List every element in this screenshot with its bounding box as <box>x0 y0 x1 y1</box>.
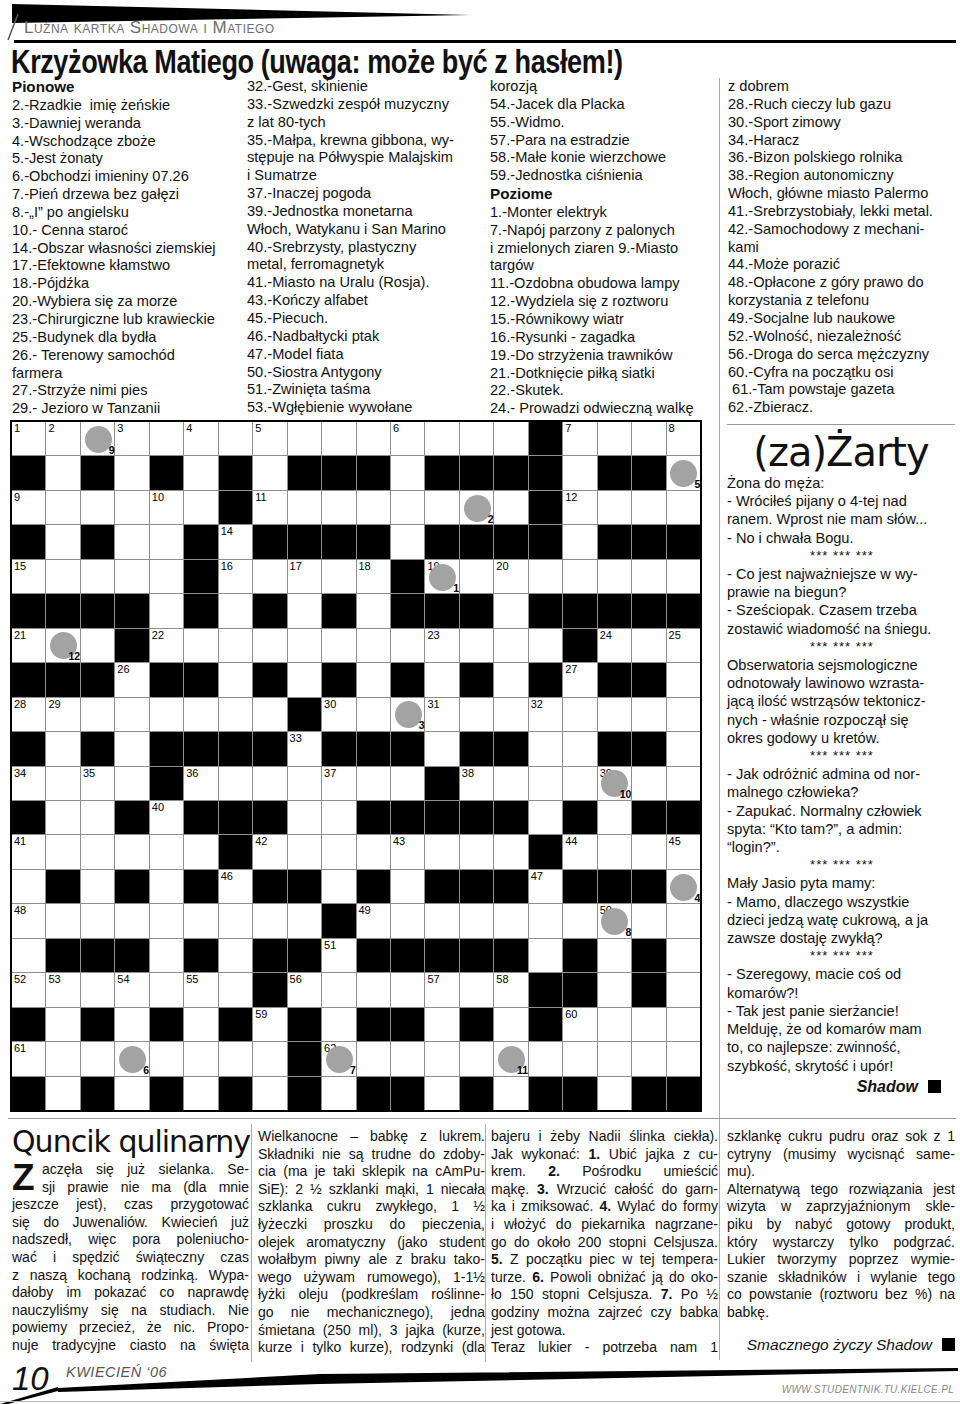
grid-cell <box>598 456 631 489</box>
grid-cell[interactable] <box>632 491 665 524</box>
grid-cell[interactable] <box>46 456 79 489</box>
grid-cell[interactable] <box>357 594 390 627</box>
grid-cell[interactable] <box>529 767 562 800</box>
clue-line: 17.-Efektowne kłamstwo <box>12 257 240 275</box>
grid-cell[interactable] <box>150 422 183 455</box>
joke-line: spyta: “Kto tam?”, a admin: <box>727 820 957 838</box>
grid-cell[interactable] <box>598 973 631 1006</box>
grid-cell[interactable]: 4 <box>184 422 217 455</box>
grid-cell[interactable] <box>150 560 183 593</box>
grid-cell[interactable] <box>357 767 390 800</box>
grid-cell[interactable]: 59 <box>253 1008 286 1041</box>
grid-cell[interactable] <box>46 732 79 765</box>
grid-cell[interactable] <box>391 870 424 903</box>
grid-cell[interactable] <box>115 525 148 558</box>
grid-cell[interactable] <box>150 594 183 627</box>
grid-cell[interactable]: 191 <box>425 560 458 593</box>
grid-cell[interactable] <box>115 1077 148 1110</box>
grid-cell[interactable]: 8 <box>667 422 700 455</box>
grid-cell[interactable]: 24 <box>598 629 631 662</box>
grid-cell[interactable] <box>81 629 114 662</box>
recipe-line: babkę. <box>727 1304 955 1322</box>
grid-cell[interactable] <box>288 629 321 662</box>
grid-cell[interactable] <box>598 939 631 972</box>
grid-cell[interactable] <box>529 732 562 765</box>
grid-cell[interactable] <box>253 904 286 937</box>
grid-cell[interactable]: 56 <box>288 973 321 1006</box>
grid-cell[interactable] <box>494 663 527 696</box>
cell-number: 21 <box>14 629 26 642</box>
recipe-col-separator-1 <box>251 1124 252 1362</box>
grid-cell[interactable] <box>12 939 45 972</box>
grid-cell[interactable]: 47 <box>529 870 562 903</box>
grid-cell[interactable] <box>357 629 390 662</box>
grid-cell[interactable] <box>667 698 700 731</box>
grid-cell[interactable]: 21 <box>12 629 45 662</box>
grid-cell[interactable]: 48 <box>12 904 45 937</box>
grid-cell[interactable] <box>667 973 700 1006</box>
grid-cell[interactable]: 36 <box>184 767 217 800</box>
grid-cell[interactable] <box>598 1077 631 1110</box>
grid-cell[interactable] <box>184 629 217 662</box>
grid-cell[interactable] <box>391 525 424 558</box>
grid-cell[interactable] <box>184 698 217 731</box>
grid-cell[interactable] <box>322 560 355 593</box>
grid-cell[interactable] <box>288 835 321 868</box>
grid-cell[interactable] <box>667 732 700 765</box>
password-circle: 6 <box>119 1046 146 1073</box>
grid-cell[interactable]: 44 <box>563 835 596 868</box>
grid-cell[interactable] <box>81 870 114 903</box>
grid-cell[interactable]: 30 <box>322 698 355 731</box>
grid-cell[interactable] <box>425 491 458 524</box>
grid-cell[interactable] <box>529 939 562 972</box>
grid-cell[interactable] <box>357 422 390 455</box>
grid-cell[interactable]: 25 <box>667 629 700 662</box>
grid-cell[interactable] <box>322 835 355 868</box>
grid-cell[interactable] <box>219 1042 252 1075</box>
grid-cell[interactable] <box>81 698 114 731</box>
grid-cell[interactable] <box>632 560 665 593</box>
grid-cell[interactable]: 38 <box>460 767 493 800</box>
grid-cell[interactable] <box>81 904 114 937</box>
grid-cell[interactable]: 52 <box>12 973 45 1006</box>
grid-cell[interactable]: 45 <box>667 835 700 868</box>
grid-cell[interactable] <box>288 422 321 455</box>
grid-cell[interactable] <box>46 1077 79 1110</box>
grid-cell[interactable] <box>46 1008 79 1041</box>
grid-cell[interactable] <box>150 525 183 558</box>
grid-cell[interactable]: 18 <box>357 560 390 593</box>
grid-cell[interactable] <box>632 698 665 731</box>
grid-cell[interactable] <box>667 1042 700 1075</box>
grid-cell[interactable] <box>494 594 527 627</box>
grid-cell[interactable] <box>253 456 286 489</box>
grid-cell[interactable]: 7 <box>563 422 596 455</box>
grid-cell[interactable] <box>253 560 286 593</box>
grid-cell[interactable] <box>46 525 79 558</box>
grid-cell[interactable] <box>391 456 424 489</box>
grid-cell[interactable] <box>219 939 252 972</box>
grid-cell[interactable] <box>667 663 700 696</box>
grid-cell[interactable] <box>81 801 114 834</box>
grid-cell[interactable] <box>150 870 183 903</box>
grid-cell[interactable] <box>115 560 148 593</box>
grid-cell[interactable] <box>81 1042 114 1075</box>
grid-cell[interactable]: 33 <box>288 732 321 765</box>
grid-cell[interactable]: 5 <box>253 422 286 455</box>
grid-cell[interactable]: 3 <box>115 422 148 455</box>
clue-line: 23.-Chirurgiczne lub krawieckie <box>12 311 240 329</box>
grid-cell[interactable]: 32 <box>529 698 562 731</box>
grid-cell[interactable] <box>81 835 114 868</box>
grid-cell[interactable] <box>563 456 596 489</box>
clue-line: 57.-Para na estradzie <box>490 132 716 150</box>
joke-line: odnotowały lawinowo wzrasta- <box>727 674 957 692</box>
grid-cell[interactable] <box>667 491 700 524</box>
grid-cell[interactable] <box>46 801 79 834</box>
grid-cell[interactable] <box>184 904 217 937</box>
grid-cell[interactable]: 3910 <box>598 767 631 800</box>
grid-cell[interactable]: 28 <box>12 698 45 731</box>
clue-line: 55.-Widmo. <box>490 114 716 132</box>
grid-cell[interactable] <box>494 1008 527 1041</box>
grid-cell[interactable]: 15 <box>12 560 45 593</box>
grid-cell[interactable] <box>150 698 183 731</box>
grid-cell[interactable] <box>288 663 321 696</box>
grid-cell[interactable]: 1 <box>12 422 45 455</box>
clue-line: 46.-Nadbałtycki ptak <box>247 328 485 346</box>
grid-cell <box>357 870 390 903</box>
grid-cell[interactable] <box>667 1008 700 1041</box>
grid-cell[interactable] <box>219 904 252 937</box>
grid-cell[interactable] <box>115 904 148 937</box>
grid-cell[interactable]: 35 <box>81 767 114 800</box>
grid-cell[interactable] <box>425 1077 458 1110</box>
grid-cell[interactable] <box>391 491 424 524</box>
page-number: 10 <box>12 1360 49 1398</box>
grid-cell[interactable] <box>150 835 183 868</box>
grid-cell[interactable] <box>494 767 527 800</box>
grid-cell[interactable]: 51 <box>322 939 355 972</box>
grid-cell[interactable] <box>357 698 390 731</box>
clue-line: 21.-Dotknięcie piłką siatki <box>490 365 716 383</box>
grid-cell[interactable]: 9 <box>12 491 45 524</box>
grid-cell[interactable] <box>460 973 493 1006</box>
grid-cell[interactable] <box>391 629 424 662</box>
grid-cell[interactable] <box>253 1077 286 1110</box>
grid-cell <box>425 456 458 489</box>
grid-cell <box>219 835 252 868</box>
grid-cell[interactable] <box>667 939 700 972</box>
grid-cell[interactable]: 10 <box>150 491 183 524</box>
grid-cell[interactable]: 34 <box>12 767 45 800</box>
grid-cell[interactable] <box>115 491 148 524</box>
grid-cell[interactable] <box>253 1042 286 1075</box>
grid-cell[interactable] <box>81 560 114 593</box>
grid-cell[interactable] <box>598 422 631 455</box>
grid-cell[interactable] <box>632 767 665 800</box>
grid-cell[interactable] <box>322 1008 355 1041</box>
grid-cell[interactable] <box>425 732 458 765</box>
grid-cell[interactable] <box>322 422 355 455</box>
grid-cell <box>184 939 217 972</box>
grid-cell[interactable] <box>322 870 355 903</box>
grid-cell[interactable] <box>253 767 286 800</box>
grid-cell[interactable] <box>598 1008 631 1041</box>
grid-cell <box>357 732 390 765</box>
joke-line: - Tak jest panie sierżancie! <box>727 1002 957 1020</box>
grid-cell[interactable] <box>219 629 252 662</box>
grid-cell[interactable] <box>81 491 114 524</box>
grid-cell[interactable] <box>357 491 390 524</box>
grid-cell[interactable] <box>598 491 631 524</box>
grid-cell[interactable] <box>529 560 562 593</box>
grid-cell[interactable] <box>460 560 493 593</box>
grid-cell[interactable] <box>529 1042 562 1075</box>
grid-cell[interactable] <box>219 973 252 1006</box>
grid-cell[interactable] <box>115 767 148 800</box>
grid-cell[interactable] <box>460 422 493 455</box>
grid-cell <box>357 801 390 834</box>
grid-cell[interactable]: 42 <box>253 835 286 868</box>
grid-cell[interactable]: 26 <box>115 663 148 696</box>
grid-cell[interactable] <box>184 835 217 868</box>
grid-cell[interactable] <box>391 767 424 800</box>
grid-cell[interactable] <box>219 594 252 627</box>
recipe-line: kurze i tylko kurze), rodzynki (dla <box>258 1339 485 1357</box>
grid-cell[interactable] <box>288 767 321 800</box>
grid-cell[interactable] <box>667 904 700 937</box>
clue-line: korozją <box>490 78 716 96</box>
grid-cell[interactable] <box>563 1042 596 1075</box>
joke-separator: *** *** *** <box>727 747 957 765</box>
grid-cell[interactable] <box>529 801 562 834</box>
grid-cell[interactable]: 57 <box>425 973 458 1006</box>
recipe-line: ło 150 stopni Celsjusza. 7. Po ½ <box>491 1286 718 1304</box>
grid-cell[interactable] <box>598 801 631 834</box>
grid-cell[interactable] <box>184 1077 217 1110</box>
grid-cell[interactable] <box>425 835 458 868</box>
grid-cell[interactable]: 46 <box>219 870 252 903</box>
grid-cell[interactable] <box>632 629 665 662</box>
grid-cell[interactable] <box>563 732 596 765</box>
grid-cell[interactable] <box>184 456 217 489</box>
clue-line: 39.-Jednostka monetarna <box>247 203 485 221</box>
grid-cell[interactable]: 12 <box>46 629 79 662</box>
grid-cell <box>425 939 458 972</box>
grid-cell <box>563 629 596 662</box>
grid-cell[interactable] <box>529 629 562 662</box>
grid-cell[interactable] <box>529 904 562 937</box>
grid-cell[interactable]: 6 <box>115 1042 148 1075</box>
grid-cell[interactable] <box>460 698 493 731</box>
grid-cell[interactable] <box>563 560 596 593</box>
joke-line: to, co najlepsze: zwinność, <box>727 1038 957 1056</box>
grid-cell[interactable] <box>460 904 493 937</box>
grid-cell[interactable] <box>632 422 665 455</box>
grid-cell[interactable] <box>184 1042 217 1075</box>
grid-cell[interactable] <box>391 973 424 1006</box>
grid-cell[interactable]: 11 <box>253 491 286 524</box>
grid-cell[interactable]: 60 <box>563 1008 596 1041</box>
grid-cell[interactable] <box>46 767 79 800</box>
grid-cell[interactable] <box>150 904 183 937</box>
grid-cell[interactable] <box>632 1042 665 1075</box>
clue-line: 40.-Srebrzysty, plastyczny <box>247 239 485 257</box>
grid-cell[interactable] <box>46 1042 79 1075</box>
grid-cell[interactable] <box>425 663 458 696</box>
grid-cell[interactable] <box>425 904 458 937</box>
grid-cell[interactable] <box>460 835 493 868</box>
grid-cell[interactable] <box>357 835 390 868</box>
grid-cell[interactable]: 55 <box>184 973 217 1006</box>
grid-cell[interactable]: 20 <box>494 560 527 593</box>
grid-cell[interactable] <box>632 835 665 868</box>
grid-cell[interactable]: 12 <box>563 491 596 524</box>
grid-cell[interactable] <box>150 1042 183 1075</box>
recipe-column-4: szklankę cukru pudru oraz sok z 1cytryny… <box>727 1128 955 1322</box>
grid-cell[interactable] <box>563 698 596 731</box>
grid-cell[interactable]: 16 <box>219 560 252 593</box>
grid-cell[interactable]: 23 <box>425 629 458 662</box>
grid-cell[interactable] <box>425 1042 458 1075</box>
grid-cell <box>184 525 217 558</box>
grid-cell[interactable] <box>598 560 631 593</box>
recipe-line: Wielkanocne – babkę z lukrem. <box>258 1128 485 1146</box>
grid-cell[interactable]: 49 <box>357 904 390 937</box>
grid-cell[interactable] <box>12 870 45 903</box>
clue-line: 47.-Model fiata <box>247 346 485 364</box>
grid-cell[interactable] <box>288 904 321 937</box>
grid-cell[interactable] <box>563 904 596 937</box>
grid-cell[interactable] <box>46 560 79 593</box>
joke-line: Żona do męża: <box>727 474 957 492</box>
grid-cell[interactable] <box>563 767 596 800</box>
grid-cell[interactable] <box>115 732 148 765</box>
grid-cell[interactable]: 6 <box>391 422 424 455</box>
grid-cell[interactable] <box>322 1077 355 1110</box>
grid-cell[interactable] <box>425 1008 458 1041</box>
grid-cell[interactable]: 29 <box>46 698 79 731</box>
grid-cell[interactable] <box>494 629 527 662</box>
grid-cell[interactable] <box>460 1042 493 1075</box>
grid-cell[interactable] <box>150 939 183 972</box>
grid-cell[interactable] <box>598 698 631 731</box>
grid-cell[interactable] <box>460 629 493 662</box>
grid-cell <box>460 594 493 627</box>
password-order: 12 <box>68 650 80 662</box>
grid-cell[interactable] <box>81 973 114 1006</box>
grid-cell[interactable]: 11 <box>494 1042 527 1075</box>
grid-cell[interactable]: 508 <box>598 904 631 937</box>
grid-cell <box>598 663 631 696</box>
grid-cell <box>12 594 45 627</box>
grid-cell[interactable] <box>494 835 527 868</box>
grid-cell[interactable]: 4 <box>667 870 700 903</box>
grid-cell[interactable] <box>494 904 527 937</box>
grid-cell[interactable] <box>288 801 321 834</box>
grid-cell[interactable] <box>219 663 252 696</box>
grid-cell[interactable] <box>322 629 355 662</box>
grid-cell[interactable] <box>598 1042 631 1075</box>
grid-cell[interactable] <box>46 835 79 868</box>
grid-cell[interactable] <box>391 1042 424 1075</box>
grid-cell[interactable]: 9 <box>81 422 114 455</box>
grid-cell[interactable] <box>150 973 183 1006</box>
grid-cell[interactable]: 17 <box>288 560 321 593</box>
grid-cell[interactable] <box>322 973 355 1006</box>
grid-cell[interactable]: 54 <box>115 973 148 1006</box>
grid-cell[interactable] <box>115 456 148 489</box>
grid-cell[interactable]: 41 <box>12 835 45 868</box>
grid-cell[interactable] <box>288 491 321 524</box>
grid-cell[interactable] <box>115 698 148 731</box>
grid-cell[interactable] <box>357 663 390 696</box>
grid-cell[interactable] <box>322 491 355 524</box>
grid-cell[interactable] <box>494 491 527 524</box>
grid-cell[interactable] <box>219 767 252 800</box>
grid-cell[interactable]: 27 <box>563 663 596 696</box>
grid-cell[interactable]: 5 <box>667 456 700 489</box>
grid-cell[interactable]: 61 <box>12 1042 45 1075</box>
grid-cell[interactable] <box>253 629 286 662</box>
grid-cell[interactable] <box>253 698 286 731</box>
grid-cell[interactable] <box>632 904 665 937</box>
grid-cell[interactable] <box>667 560 700 593</box>
grid-cell[interactable]: 53 <box>46 973 79 1006</box>
grid-cell[interactable] <box>184 1008 217 1041</box>
grid-cell[interactable]: 37 <box>322 767 355 800</box>
grid-cell[interactable] <box>46 904 79 937</box>
recipe-line: Składniki nie są trudne do zdoby- <box>258 1146 485 1164</box>
grid-cell[interactable] <box>357 973 390 1006</box>
grid-cell[interactable] <box>632 1008 665 1041</box>
grid-cell[interactable] <box>494 422 527 455</box>
grid-cell[interactable] <box>494 698 527 731</box>
grid-cell[interactable] <box>184 491 217 524</box>
grid-cell[interactable] <box>322 801 355 834</box>
grid-cell[interactable] <box>115 835 148 868</box>
grid-cell[interactable] <box>391 904 424 937</box>
grid-cell[interactable]: 43 <box>391 835 424 868</box>
grid-cell[interactable]: 58 <box>494 973 527 1006</box>
grid-cell[interactable]: 627 <box>322 1042 355 1075</box>
grid-cell[interactable]: 14 <box>219 525 252 558</box>
grid-cell[interactable]: 22 <box>150 629 183 662</box>
grid-cell[interactable] <box>46 491 79 524</box>
grid-cell[interactable] <box>667 767 700 800</box>
grid-cell[interactable]: 2 <box>46 422 79 455</box>
grid-cell[interactable] <box>288 594 321 627</box>
grid-cell[interactable]: 31 <box>425 698 458 731</box>
grid-cell <box>460 939 493 972</box>
recipe-line: jeszcze jest), czas przygotować <box>12 1196 249 1214</box>
grid-cell[interactable]: 2 <box>460 491 493 524</box>
grid-cell[interactable] <box>494 1077 527 1110</box>
grid-cell[interactable] <box>115 1008 148 1041</box>
grid-cell[interactable] <box>563 525 596 558</box>
grid-cell[interactable] <box>598 835 631 868</box>
grid-cell[interactable]: 3 <box>391 698 424 731</box>
grid-cell <box>288 1008 321 1041</box>
grid-cell[interactable] <box>357 1042 390 1075</box>
clue-line: 14.-Obszar własności ziemskiej <box>12 240 240 258</box>
grid-cell[interactable] <box>219 422 252 455</box>
grid-cell[interactable]: 40 <box>150 801 183 834</box>
grid-cell[interactable] <box>219 698 252 731</box>
grid-cell[interactable] <box>425 422 458 455</box>
